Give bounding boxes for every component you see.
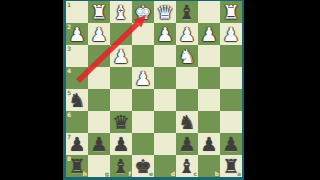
square-d3[interactable] — [154, 45, 176, 67]
white-rook: ♜ — [88, 1, 110, 23]
square-b6[interactable] — [198, 111, 220, 133]
square-a7[interactable]: ♟ — [220, 133, 242, 155]
square-d7[interactable] — [154, 133, 176, 155]
file-label-c: c — [193, 170, 197, 177]
square-h4[interactable]: 4 — [66, 67, 88, 89]
white-pawn: ♟ — [66, 23, 88, 45]
square-g2[interactable]: ♟ — [88, 23, 110, 45]
black-bishop: ♝ — [110, 155, 132, 177]
chess-short-screenshot: { "game": "chess", "app": { "description… — [0, 0, 320, 180]
file-label-g: g — [105, 170, 109, 177]
rank-label-7: 7 — [67, 133, 71, 140]
square-c2[interactable]: ♟ — [176, 23, 198, 45]
square-f1[interactable]: ♝ — [110, 1, 132, 23]
square-b8[interactable]: b — [198, 155, 220, 177]
square-f3[interactable]: ♟ — [110, 45, 132, 67]
square-g5[interactable] — [88, 89, 110, 111]
square-b5[interactable] — [198, 89, 220, 111]
square-c4[interactable] — [176, 67, 198, 89]
black-pawn: ♟ — [110, 133, 132, 155]
white-pawn: ♟ — [176, 23, 198, 45]
square-e1[interactable]: ♚ — [132, 1, 154, 23]
square-g8[interactable]: g — [88, 155, 110, 177]
black-pawn: ♟ — [176, 133, 198, 155]
white-pawn: ♟ — [220, 23, 242, 45]
black-knight: ♞ — [66, 89, 88, 111]
square-g4[interactable] — [88, 67, 110, 89]
square-f5[interactable] — [110, 89, 132, 111]
square-e6[interactable] — [132, 111, 154, 133]
square-a5[interactable] — [220, 89, 242, 111]
white-pawn: ♟ — [110, 45, 132, 67]
black-king: ♚ — [132, 155, 154, 177]
board-frame: 1♜♝♚♛♝♜♟2♟♟♟♟♟3♟♞4♟♞56♛♞♟7♟♟♟♟♟♜8hg♝f♚ed… — [63, 0, 244, 180]
white-queen: ♛ — [154, 1, 176, 23]
black-pawn: ♟ — [88, 133, 110, 155]
file-label-e: e — [149, 170, 153, 177]
black-bishop: ♝ — [176, 155, 198, 177]
square-d1[interactable]: ♛ — [154, 1, 176, 23]
white-king: ♚ — [132, 1, 154, 23]
square-d5[interactable] — [154, 89, 176, 111]
square-h8[interactable]: ♜8h — [66, 155, 88, 177]
rank-label-1: 1 — [67, 1, 71, 8]
square-a2[interactable]: ♟ — [220, 23, 242, 45]
square-b3[interactable] — [198, 45, 220, 67]
rank-label-4: 4 — [67, 67, 71, 74]
square-b2[interactable]: ♟ — [198, 23, 220, 45]
square-f6[interactable]: ♛ — [110, 111, 132, 133]
right-black-bar — [244, 0, 320, 180]
square-c5[interactable] — [176, 89, 198, 111]
square-h7[interactable]: ♟7 — [66, 133, 88, 155]
file-label-a: a — [237, 170, 241, 177]
square-h3[interactable]: 3 — [66, 45, 88, 67]
square-h6[interactable]: 6 — [66, 111, 88, 133]
square-e7[interactable] — [132, 133, 154, 155]
square-e5[interactable] — [132, 89, 154, 111]
file-label-b: b — [215, 170, 219, 177]
rank-label-6: 6 — [67, 111, 71, 118]
square-b7[interactable]: ♟ — [198, 133, 220, 155]
square-b1[interactable] — [198, 1, 220, 23]
square-d8[interactable]: d — [154, 155, 176, 177]
square-g6[interactable] — [88, 111, 110, 133]
black-knight: ♞ — [176, 111, 198, 133]
square-g1[interactable]: ♜ — [88, 1, 110, 23]
square-c1[interactable]: ♝ — [176, 1, 198, 23]
rank-label-8: 8 — [67, 155, 71, 162]
square-g7[interactable]: ♟ — [88, 133, 110, 155]
square-c8[interactable]: ♝c — [176, 155, 198, 177]
black-rook: ♜ — [66, 155, 88, 177]
rank-label-2: 2 — [67, 23, 71, 30]
square-d6[interactable] — [154, 111, 176, 133]
square-g3[interactable] — [88, 45, 110, 67]
square-b4[interactable] — [198, 67, 220, 89]
square-e8[interactable]: ♚e — [132, 155, 154, 177]
square-e2[interactable] — [132, 23, 154, 45]
square-c6[interactable]: ♞ — [176, 111, 198, 133]
white-pawn: ♟ — [88, 23, 110, 45]
white-pawn: ♟ — [198, 23, 220, 45]
square-h2[interactable]: ♟2 — [66, 23, 88, 45]
rank-label-3: 3 — [67, 45, 71, 52]
square-h5[interactable]: ♞5 — [66, 89, 88, 111]
white-bishop: ♝ — [110, 1, 132, 23]
square-a3[interactable] — [220, 45, 242, 67]
black-queen: ♛ — [110, 111, 132, 133]
square-a6[interactable] — [220, 111, 242, 133]
square-f8[interactable]: ♝f — [110, 155, 132, 177]
square-a8[interactable]: ♜a — [220, 155, 242, 177]
square-f7[interactable]: ♟ — [110, 133, 132, 155]
square-d2[interactable]: ♟ — [154, 23, 176, 45]
left-black-bar — [0, 0, 63, 180]
white-pawn: ♟ — [154, 23, 176, 45]
file-label-f: f — [128, 170, 131, 177]
square-e3[interactable] — [132, 45, 154, 67]
chess-board[interactable]: 1♜♝♚♛♝♜♟2♟♟♟♟♟3♟♞4♟♞56♛♞♟7♟♟♟♟♟♜8hg♝f♚ed… — [66, 1, 242, 177]
black-pawn: ♟ — [198, 133, 220, 155]
white-knight: ♞ — [176, 45, 198, 67]
file-label-h: h — [83, 170, 87, 177]
square-a1[interactable]: ♜ — [220, 1, 242, 23]
square-f2[interactable] — [110, 23, 132, 45]
file-label-d: d — [171, 170, 175, 177]
square-a4[interactable] — [220, 67, 242, 89]
white-rook: ♜ — [220, 1, 242, 23]
square-e4[interactable]: ♟ — [132, 67, 154, 89]
rank-label-5: 5 — [67, 89, 71, 96]
black-rook: ♜ — [220, 155, 242, 177]
black-bishop: ♝ — [176, 1, 198, 23]
square-c3[interactable]: ♞ — [176, 45, 198, 67]
square-c7[interactable]: ♟ — [176, 133, 198, 155]
white-pawn: ♟ — [132, 67, 154, 89]
square-f4[interactable] — [110, 67, 132, 89]
square-d4[interactable] — [154, 67, 176, 89]
square-h1[interactable]: 1 — [66, 1, 88, 23]
black-pawn: ♟ — [66, 133, 88, 155]
black-pawn: ♟ — [220, 133, 242, 155]
